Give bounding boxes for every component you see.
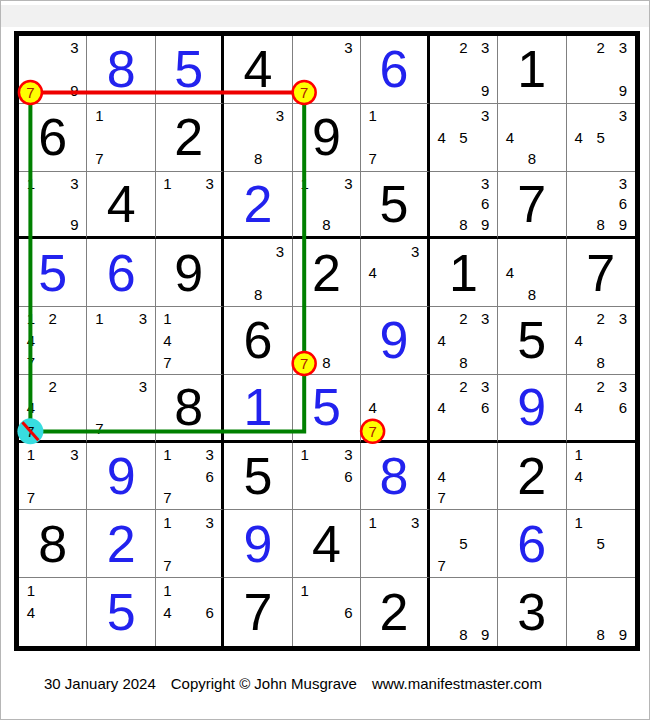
page: 3985436239123961723891734548345139413213… bbox=[0, 0, 650, 720]
candidate-9: 9 bbox=[612, 623, 634, 645]
candidate-grid: 138 bbox=[294, 173, 359, 236]
candidate-grid: 2348 bbox=[431, 308, 496, 373]
cell-r1c9[interactable]: 239 bbox=[567, 36, 635, 104]
solved-digit: 1 bbox=[244, 381, 273, 433]
candidate-6: 6 bbox=[337, 601, 359, 623]
candidate-7: 7 bbox=[20, 487, 42, 509]
cell-r7c8[interactable]: 2 bbox=[498, 443, 566, 511]
candidate-grid: 16 bbox=[294, 579, 359, 645]
solved-digit: 9 bbox=[244, 518, 273, 570]
candidate-grid: 89 bbox=[568, 579, 634, 645]
candidate-7: 7 bbox=[20, 351, 42, 373]
solved-digit: 8 bbox=[107, 43, 136, 95]
candidate-1: 1 bbox=[568, 511, 590, 533]
candidate-8: 8 bbox=[247, 284, 269, 306]
candidate-1: 1 bbox=[294, 444, 316, 466]
candidate-1: 1 bbox=[157, 308, 178, 330]
candidate-2: 2 bbox=[452, 37, 474, 59]
cell-r9c3[interactable]: 146 bbox=[156, 578, 224, 646]
cell-r5c1[interactable]: 1247 bbox=[19, 307, 87, 375]
candidate-6: 6 bbox=[199, 465, 220, 487]
candidate-7: 7 bbox=[362, 148, 383, 170]
candidate-grid: 3689 bbox=[568, 173, 634, 236]
cell-r3c5[interactable]: 138 bbox=[293, 172, 361, 240]
candidate-3: 3 bbox=[64, 444, 86, 466]
candidate-grid: 34 bbox=[362, 240, 425, 305]
candidate-grid: 38 bbox=[225, 240, 290, 305]
candidate-2: 2 bbox=[590, 376, 612, 397]
candidate-7: 7 bbox=[431, 487, 453, 509]
candidate-4: 4 bbox=[431, 330, 453, 352]
candidate-4: 4 bbox=[431, 126, 453, 148]
candidate-8: 8 bbox=[521, 284, 543, 306]
cell-r9c2[interactable]: 5 bbox=[87, 578, 155, 646]
cell-r8c2[interactable]: 2 bbox=[87, 510, 155, 578]
candidate-8: 8 bbox=[590, 623, 612, 645]
given-digit: 2 bbox=[517, 450, 546, 502]
candidate-2: 2 bbox=[42, 308, 64, 330]
candidate-4: 4 bbox=[157, 330, 178, 352]
cell-r4c8[interactable]: 48 bbox=[498, 239, 566, 307]
solved-digit: 5 bbox=[312, 381, 341, 433]
cell-r4c4[interactable]: 38 bbox=[224, 239, 292, 307]
cell-r6c9[interactable]: 2346 bbox=[567, 375, 635, 443]
candidate-5: 5 bbox=[452, 126, 474, 148]
cell-r2c6[interactable]: 17 bbox=[361, 104, 429, 172]
candidate-4: 4 bbox=[499, 262, 521, 284]
candidate-grid: 37 bbox=[88, 376, 153, 439]
cell-r1c6[interactable]: 6 bbox=[361, 36, 429, 104]
cell-r8c9[interactable]: 15 bbox=[567, 510, 635, 578]
cell-r1c8[interactable]: 1 bbox=[498, 36, 566, 104]
candidate-grid: 14 bbox=[568, 444, 634, 509]
given-digit: 1 bbox=[517, 43, 546, 95]
candidate-grid: 137 bbox=[20, 444, 85, 509]
candidate-8: 8 bbox=[521, 148, 543, 170]
candidate-grid: 2348 bbox=[568, 308, 634, 373]
candidate-8: 8 bbox=[590, 214, 612, 235]
given-digit: 2 bbox=[379, 586, 408, 638]
candidate-grid: 48 bbox=[499, 105, 564, 170]
cell-r9c6[interactable]: 2 bbox=[361, 578, 429, 646]
given-digit: 5 bbox=[244, 450, 273, 502]
cell-r4c5[interactable]: 2 bbox=[293, 239, 361, 307]
candidate-4: 4 bbox=[20, 330, 42, 352]
candidate-3: 3 bbox=[337, 37, 359, 59]
given-digit: 8 bbox=[38, 518, 67, 570]
solved-digit: 6 bbox=[517, 518, 546, 570]
cell-r9c1[interactable]: 14 bbox=[19, 578, 87, 646]
candidate-8: 8 bbox=[247, 148, 269, 170]
candidate-9: 9 bbox=[64, 80, 86, 102]
candidate-4: 4 bbox=[431, 465, 453, 487]
candidate-grid: 1247 bbox=[20, 308, 85, 373]
candidate-grid: 137 bbox=[157, 511, 220, 576]
given-digit: 7 bbox=[244, 586, 273, 638]
candidate-grid: 24 bbox=[20, 376, 85, 439]
cell-r2c3[interactable]: 2 bbox=[156, 104, 224, 172]
candidate-1: 1 bbox=[157, 173, 178, 194]
cell-r5c9[interactable]: 2348 bbox=[567, 307, 635, 375]
cell-r8c3[interactable]: 137 bbox=[156, 510, 224, 578]
cell-r5c7[interactable]: 2348 bbox=[430, 307, 498, 375]
cell-r4c1[interactable]: 5 bbox=[19, 239, 87, 307]
cell-r9c5[interactable]: 16 bbox=[293, 578, 361, 646]
given-digit: 7 bbox=[517, 178, 546, 230]
cell-r6c6[interactable]: 4 bbox=[361, 375, 429, 443]
candidate-grid: 39 bbox=[20, 37, 85, 102]
cell-r9c4[interactable]: 7 bbox=[224, 578, 292, 646]
given-digit: 1 bbox=[449, 247, 478, 299]
cell-r3c9[interactable]: 3689 bbox=[567, 172, 635, 240]
cell-r2c9[interactable]: 345 bbox=[567, 104, 635, 172]
given-digit: 8 bbox=[174, 381, 203, 433]
candidate-grid: 4 bbox=[362, 376, 425, 439]
cell-r2c5[interactable]: 9 bbox=[293, 104, 361, 172]
cell-r7c3[interactable]: 1367 bbox=[156, 443, 224, 511]
candidate-2: 2 bbox=[452, 308, 474, 330]
cell-r7c6[interactable]: 8 bbox=[361, 443, 429, 511]
candidate-4: 4 bbox=[431, 397, 453, 418]
candidate-grid: 14 bbox=[20, 579, 85, 645]
solved-digit: 6 bbox=[107, 247, 136, 299]
candidate-grid: 13 bbox=[362, 511, 425, 576]
candidate-grid: 136 bbox=[294, 444, 359, 509]
candidate-grid: 139 bbox=[20, 173, 85, 236]
footer-website[interactable]: www.manifestmaster.com bbox=[372, 675, 542, 692]
candidate-1: 1 bbox=[157, 579, 178, 601]
given-digit: 9 bbox=[174, 247, 203, 299]
cell-r4c9[interactable]: 7 bbox=[567, 239, 635, 307]
candidate-1: 1 bbox=[88, 105, 110, 127]
solved-digit: 2 bbox=[107, 518, 136, 570]
candidate-grid: 146 bbox=[157, 579, 220, 645]
cell-r5c6[interactable]: 9 bbox=[361, 307, 429, 375]
candidate-grid: 17 bbox=[362, 105, 425, 170]
cell-r5c4[interactable]: 6 bbox=[224, 307, 292, 375]
cell-r2c7[interactable]: 345 bbox=[430, 104, 498, 172]
cell-r6c7[interactable]: 2346 bbox=[430, 375, 498, 443]
candidate-grid: 47 bbox=[431, 444, 496, 509]
candidate-1: 1 bbox=[157, 511, 178, 533]
candidate-7: 7 bbox=[431, 555, 453, 577]
cell-r3c6[interactable]: 5 bbox=[361, 172, 429, 240]
candidate-grid: 13 bbox=[88, 308, 153, 373]
candidate-3: 3 bbox=[474, 173, 496, 194]
cell-r6c1[interactable]: 24 bbox=[19, 375, 87, 443]
candidate-9: 9 bbox=[474, 80, 496, 102]
candidate-6: 6 bbox=[474, 193, 496, 214]
candidate-grid: 89 bbox=[431, 579, 496, 645]
candidate-4: 4 bbox=[20, 601, 42, 623]
candidate-3: 3 bbox=[269, 240, 291, 262]
candidate-1: 1 bbox=[294, 173, 316, 194]
candidate-3: 3 bbox=[474, 308, 496, 330]
page-top-strip bbox=[1, 5, 649, 27]
candidate-grid: 3689 bbox=[431, 173, 496, 236]
candidate-1: 1 bbox=[20, 444, 42, 466]
candidate-4: 4 bbox=[362, 262, 383, 284]
candidate-1: 1 bbox=[20, 173, 42, 194]
candidate-grid: 3 bbox=[294, 37, 359, 102]
candidate-grid: 2346 bbox=[431, 376, 496, 439]
cell-r4c3[interactable]: 9 bbox=[156, 239, 224, 307]
cell-r1c1[interactable]: 39 bbox=[19, 36, 87, 104]
solved-digit: 9 bbox=[379, 314, 408, 366]
footer-date: 30 January 2024 bbox=[44, 675, 156, 692]
given-digit: 9 bbox=[312, 111, 341, 163]
candidate-2: 2 bbox=[42, 376, 64, 397]
cell-r3c1[interactable]: 139 bbox=[19, 172, 87, 240]
candidate-9: 9 bbox=[474, 623, 496, 645]
given-digit: 2 bbox=[174, 111, 203, 163]
candidate-3: 3 bbox=[612, 376, 634, 397]
candidate-1: 1 bbox=[20, 579, 42, 601]
candidate-4: 4 bbox=[568, 397, 590, 418]
candidate-3: 3 bbox=[405, 240, 426, 262]
cell-r9c8[interactable]: 3 bbox=[498, 578, 566, 646]
candidate-1: 1 bbox=[362, 105, 383, 127]
footer-copyright: Copyright © John Musgrave bbox=[171, 675, 357, 692]
candidate-3: 3 bbox=[337, 173, 359, 194]
solved-digit: 9 bbox=[107, 450, 136, 502]
footer: 30 January 2024 Copyright © John Musgrav… bbox=[44, 675, 542, 692]
cell-r3c3[interactable]: 13 bbox=[156, 172, 224, 240]
cell-r1c7[interactable]: 239 bbox=[430, 36, 498, 104]
candidate-9: 9 bbox=[64, 214, 86, 235]
candidate-grid: 48 bbox=[499, 240, 564, 305]
candidate-grid: 239 bbox=[568, 37, 634, 102]
candidate-8: 8 bbox=[452, 623, 474, 645]
solved-digit: 8 bbox=[379, 450, 408, 502]
sudoku-grid: 3985436239123961723891734548345139413213… bbox=[14, 31, 640, 651]
candidate-7: 7 bbox=[88, 418, 110, 439]
sudoku-board: 3985436239123961723891734548345139413213… bbox=[14, 31, 640, 651]
candidate-3: 3 bbox=[474, 376, 496, 397]
cell-r2c4[interactable]: 38 bbox=[224, 104, 292, 172]
candidate-3: 3 bbox=[64, 173, 86, 194]
candidate-4: 4 bbox=[157, 601, 178, 623]
candidate-1: 1 bbox=[362, 511, 383, 533]
cell-r6c3[interactable]: 8 bbox=[156, 375, 224, 443]
candidate-4: 4 bbox=[499, 126, 521, 148]
cell-r8c8[interactable]: 6 bbox=[498, 510, 566, 578]
cell-r1c3[interactable]: 5 bbox=[156, 36, 224, 104]
given-digit: 2 bbox=[312, 247, 341, 299]
candidate-4: 4 bbox=[362, 397, 383, 418]
given-digit: 3 bbox=[517, 586, 546, 638]
candidate-5: 5 bbox=[590, 533, 612, 555]
cell-r3c7[interactable]: 3689 bbox=[430, 172, 498, 240]
solved-digit: 5 bbox=[107, 586, 136, 638]
candidate-3: 3 bbox=[612, 105, 634, 127]
candidate-grid: 147 bbox=[157, 308, 220, 373]
candidate-grid: 345 bbox=[568, 105, 634, 170]
candidate-grid: 38 bbox=[225, 105, 290, 170]
candidate-9: 9 bbox=[612, 80, 634, 102]
candidate-7: 7 bbox=[157, 487, 178, 509]
candidate-9: 9 bbox=[612, 214, 634, 235]
cell-r8c7[interactable]: 57 bbox=[430, 510, 498, 578]
cell-r4c2[interactable]: 6 bbox=[87, 239, 155, 307]
cell-r7c7[interactable]: 47 bbox=[430, 443, 498, 511]
candidate-6: 6 bbox=[474, 397, 496, 418]
cell-r7c1[interactable]: 137 bbox=[19, 443, 87, 511]
candidate-9: 9 bbox=[474, 214, 496, 235]
given-digit: 4 bbox=[107, 178, 136, 230]
candidate-4: 4 bbox=[568, 465, 590, 487]
cell-r5c2[interactable]: 13 bbox=[87, 307, 155, 375]
candidate-1: 1 bbox=[88, 308, 110, 330]
cell-r8c1[interactable]: 8 bbox=[19, 510, 87, 578]
cell-r3c8[interactable]: 7 bbox=[498, 172, 566, 240]
candidate-3: 3 bbox=[199, 511, 220, 533]
candidate-6: 6 bbox=[612, 193, 634, 214]
cell-r1c4[interactable]: 4 bbox=[224, 36, 292, 104]
candidate-3: 3 bbox=[612, 37, 634, 59]
candidate-3: 3 bbox=[199, 173, 220, 194]
candidate-3: 3 bbox=[269, 105, 291, 127]
solved-digit: 6 bbox=[379, 43, 408, 95]
candidate-3: 3 bbox=[474, 105, 496, 127]
candidate-8: 8 bbox=[452, 351, 474, 373]
candidate-1: 1 bbox=[157, 444, 178, 466]
cell-r2c2[interactable]: 17 bbox=[87, 104, 155, 172]
cell-r7c5[interactable]: 136 bbox=[293, 443, 361, 511]
cell-r3c2[interactable]: 4 bbox=[87, 172, 155, 240]
cell-r1c5[interactable]: 3 bbox=[293, 36, 361, 104]
candidate-grid: 239 bbox=[431, 37, 496, 102]
candidate-grid: 345 bbox=[431, 105, 496, 170]
cell-r8c6[interactable]: 13 bbox=[361, 510, 429, 578]
cell-r7c9[interactable]: 14 bbox=[567, 443, 635, 511]
candidate-grid: 1367 bbox=[157, 444, 220, 509]
candidate-3: 3 bbox=[64, 37, 86, 59]
cell-r4c6[interactable]: 34 bbox=[361, 239, 429, 307]
given-digit: 4 bbox=[244, 43, 273, 95]
candidate-5: 5 bbox=[590, 126, 612, 148]
candidate-2: 2 bbox=[452, 376, 474, 397]
candidate-2: 2 bbox=[590, 37, 612, 59]
candidate-5: 5 bbox=[452, 533, 474, 555]
candidate-grid: 8 bbox=[294, 308, 359, 373]
candidate-8: 8 bbox=[452, 214, 474, 235]
candidate-4: 4 bbox=[20, 397, 42, 418]
cell-r5c3[interactable]: 147 bbox=[156, 307, 224, 375]
candidate-8: 8 bbox=[316, 214, 338, 235]
cell-r6c5[interactable]: 5 bbox=[293, 375, 361, 443]
candidate-3: 3 bbox=[199, 444, 220, 466]
candidate-1: 1 bbox=[20, 308, 42, 330]
cell-r2c8[interactable]: 48 bbox=[498, 104, 566, 172]
given-digit: 5 bbox=[517, 314, 546, 366]
candidate-3: 3 bbox=[405, 511, 426, 533]
candidate-6: 6 bbox=[337, 465, 359, 487]
cell-r8c5[interactable]: 4 bbox=[293, 510, 361, 578]
candidate-4: 4 bbox=[568, 126, 590, 148]
candidate-8: 8 bbox=[590, 351, 612, 373]
cell-r7c4[interactable]: 5 bbox=[224, 443, 292, 511]
candidate-3: 3 bbox=[612, 308, 634, 330]
given-digit: 4 bbox=[312, 518, 341, 570]
candidate-grid: 2346 bbox=[568, 376, 634, 439]
cell-r4c7[interactable]: 1 bbox=[430, 239, 498, 307]
candidate-grid: 17 bbox=[88, 105, 153, 170]
cell-r7c2[interactable]: 9 bbox=[87, 443, 155, 511]
cell-r6c8[interactable]: 9 bbox=[498, 375, 566, 443]
cell-r6c2[interactable]: 37 bbox=[87, 375, 155, 443]
solved-digit: 5 bbox=[174, 43, 203, 95]
candidate-7: 7 bbox=[157, 555, 178, 577]
candidate-grid: 15 bbox=[568, 511, 634, 576]
solved-digit: 5 bbox=[38, 247, 67, 299]
cell-r2c1[interactable]: 6 bbox=[19, 104, 87, 172]
cell-r3c4[interactable]: 2 bbox=[224, 172, 292, 240]
candidate-3: 3 bbox=[132, 308, 154, 330]
cell-r9c9[interactable]: 89 bbox=[567, 578, 635, 646]
cell-r8c4[interactable]: 9 bbox=[224, 510, 292, 578]
candidate-6: 6 bbox=[199, 601, 220, 623]
given-digit: 6 bbox=[38, 111, 67, 163]
solved-digit: 2 bbox=[244, 178, 273, 230]
cell-r9c7[interactable]: 89 bbox=[430, 578, 498, 646]
candidate-8: 8 bbox=[316, 351, 338, 373]
candidate-2: 2 bbox=[590, 308, 612, 330]
candidate-grid: 57 bbox=[431, 511, 496, 576]
given-digit: 6 bbox=[244, 314, 273, 366]
candidate-3: 3 bbox=[474, 37, 496, 59]
given-digit: 5 bbox=[379, 178, 408, 230]
cell-r1c2[interactable]: 8 bbox=[87, 36, 155, 104]
candidate-3: 3 bbox=[612, 173, 634, 194]
candidate-7: 7 bbox=[88, 148, 110, 170]
candidate-3: 3 bbox=[132, 376, 154, 397]
candidate-6: 6 bbox=[612, 397, 634, 418]
cell-r6c4[interactable]: 1 bbox=[224, 375, 292, 443]
cell-r5c8[interactable]: 5 bbox=[498, 307, 566, 375]
cell-r5c5[interactable]: 8 bbox=[293, 307, 361, 375]
candidate-1: 1 bbox=[294, 579, 316, 601]
solved-digit: 9 bbox=[517, 381, 546, 433]
candidate-4: 4 bbox=[568, 330, 590, 352]
candidate-3: 3 bbox=[337, 444, 359, 466]
candidate-1: 1 bbox=[568, 444, 590, 466]
given-digit: 7 bbox=[586, 247, 615, 299]
candidate-grid: 13 bbox=[157, 173, 220, 236]
candidate-7: 7 bbox=[157, 351, 178, 373]
